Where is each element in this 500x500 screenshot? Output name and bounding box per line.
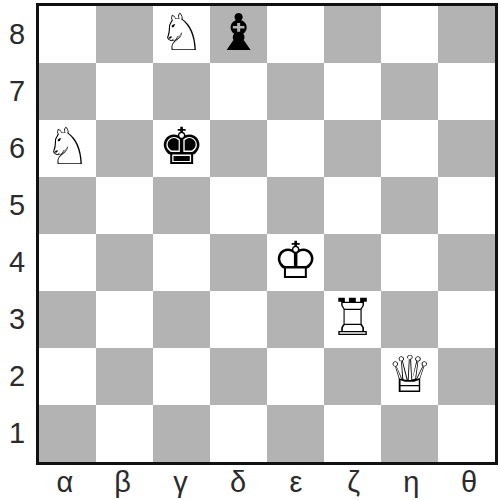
square-e4[interactable]: ♔: [267, 234, 324, 291]
square-c1[interactable]: [153, 405, 210, 462]
white-knight[interactable]: ♘: [45, 120, 91, 175]
board: ♘♝♘♚♔♖♕: [36, 3, 498, 465]
file-label-g: η: [383, 464, 441, 500]
square-h6[interactable]: [438, 120, 495, 177]
square-h7[interactable]: [438, 63, 495, 120]
square-c7[interactable]: [153, 63, 210, 120]
square-g6[interactable]: [381, 120, 438, 177]
square-a1[interactable]: [39, 405, 96, 462]
square-g7[interactable]: [381, 63, 438, 120]
square-c4[interactable]: [153, 234, 210, 291]
rank-label-7: 7: [0, 63, 34, 120]
rank-label-2: 2: [0, 348, 34, 405]
rank-label-1: 1: [0, 405, 34, 462]
square-d8[interactable]: ♝: [210, 6, 267, 63]
square-a5[interactable]: [39, 177, 96, 234]
square-d5[interactable]: [210, 177, 267, 234]
rank-label-8: 8: [0, 6, 34, 63]
square-d7[interactable]: [210, 63, 267, 120]
square-a6[interactable]: ♘: [39, 120, 96, 177]
square-d1[interactable]: [210, 405, 267, 462]
file-label-h: θ: [440, 464, 498, 500]
square-b1[interactable]: [96, 405, 153, 462]
square-g5[interactable]: [381, 177, 438, 234]
square-b2[interactable]: [96, 348, 153, 405]
rank-label-6: 6: [0, 120, 34, 177]
square-e6[interactable]: [267, 120, 324, 177]
square-g2[interactable]: ♕: [381, 348, 438, 405]
square-a2[interactable]: [39, 348, 96, 405]
square-f4[interactable]: [324, 234, 381, 291]
square-h3[interactable]: [438, 291, 495, 348]
square-b3[interactable]: [96, 291, 153, 348]
square-h1[interactable]: [438, 405, 495, 462]
square-e7[interactable]: [267, 63, 324, 120]
square-c6[interactable]: ♚: [153, 120, 210, 177]
square-e1[interactable]: [267, 405, 324, 462]
square-h5[interactable]: [438, 177, 495, 234]
file-label-c: γ: [152, 464, 210, 500]
square-a7[interactable]: [39, 63, 96, 120]
square-f8[interactable]: [324, 6, 381, 63]
square-c5[interactable]: [153, 177, 210, 234]
file-label-b: β: [94, 464, 152, 500]
file-label-a: α: [36, 464, 94, 500]
file-label-f: ζ: [325, 464, 383, 500]
white-knight[interactable]: ♘: [159, 6, 205, 61]
square-f2[interactable]: [324, 348, 381, 405]
square-e8[interactable]: [267, 6, 324, 63]
square-f3[interactable]: ♖: [324, 291, 381, 348]
square-f1[interactable]: [324, 405, 381, 462]
file-label-e: ε: [267, 464, 325, 500]
square-h8[interactable]: [438, 6, 495, 63]
square-d2[interactable]: [210, 348, 267, 405]
square-h2[interactable]: [438, 348, 495, 405]
square-e3[interactable]: [267, 291, 324, 348]
black-bishop[interactable]: ♝: [216, 6, 262, 61]
square-b7[interactable]: [96, 63, 153, 120]
square-d4[interactable]: [210, 234, 267, 291]
square-h4[interactable]: [438, 234, 495, 291]
square-c8[interactable]: ♘: [153, 6, 210, 63]
rank-label-4: 4: [0, 234, 34, 291]
square-c2[interactable]: [153, 348, 210, 405]
rank-labels: 87654321: [0, 6, 34, 462]
square-d3[interactable]: [210, 291, 267, 348]
square-g3[interactable]: [381, 291, 438, 348]
square-e2[interactable]: [267, 348, 324, 405]
chess-diagram: 87654321 ♘♝♘♚♔♖♕ αβγδεζηθ: [0, 0, 500, 500]
square-b8[interactable]: [96, 6, 153, 63]
square-f5[interactable]: [324, 177, 381, 234]
square-c3[interactable]: [153, 291, 210, 348]
square-g1[interactable]: [381, 405, 438, 462]
rank-label-3: 3: [0, 291, 34, 348]
square-g8[interactable]: [381, 6, 438, 63]
white-rook[interactable]: ♖: [330, 291, 376, 346]
square-f7[interactable]: [324, 63, 381, 120]
black-king[interactable]: ♚: [159, 120, 205, 175]
square-a8[interactable]: [39, 6, 96, 63]
file-label-d: δ: [209, 464, 267, 500]
square-b6[interactable]: [96, 120, 153, 177]
square-d6[interactable]: [210, 120, 267, 177]
square-e5[interactable]: [267, 177, 324, 234]
square-f6[interactable]: [324, 120, 381, 177]
square-g4[interactable]: [381, 234, 438, 291]
square-b4[interactable]: [96, 234, 153, 291]
square-b5[interactable]: [96, 177, 153, 234]
square-a4[interactable]: [39, 234, 96, 291]
file-labels: αβγδεζηθ: [36, 464, 498, 500]
white-king[interactable]: ♔: [273, 234, 319, 289]
white-queen[interactable]: ♕: [387, 348, 433, 403]
rank-label-5: 5: [0, 177, 34, 234]
square-a3[interactable]: [39, 291, 96, 348]
